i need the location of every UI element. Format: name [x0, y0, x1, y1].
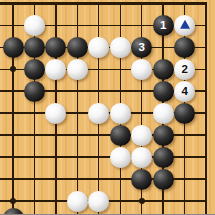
stone-black-R16[interactable]	[153, 59, 174, 80]
stone-white-O14[interactable]	[88, 103, 109, 124]
stone-black-Q17[interactable]: 3	[131, 37, 152, 58]
stone-black-Q11[interactable]	[131, 169, 152, 190]
grid-line-vertical-T	[205, 2, 208, 214]
stone-white-M14[interactable]	[45, 103, 66, 124]
star-point-K16	[10, 66, 16, 72]
stone-white-P17[interactable]	[110, 37, 131, 58]
stone-white-O10[interactable]	[88, 191, 109, 212]
grid-line-vertical-K	[12, 2, 13, 214]
stone-white-L18[interactable]	[24, 15, 45, 36]
triangle-mark-icon	[180, 20, 190, 29]
move-number-label: 2	[181, 63, 187, 75]
stone-white-S16[interactable]: 2	[174, 59, 195, 80]
stone-black-R13[interactable]	[153, 125, 174, 146]
stone-black-S17[interactable]	[174, 37, 195, 58]
grid-line-horizontal-11	[0, 178, 207, 179]
star-point-K10	[10, 198, 16, 204]
grid-line-horizontal-19	[0, 2, 207, 5]
grid-line-vertical-N	[77, 2, 78, 214]
stone-white-O17[interactable]	[88, 37, 109, 58]
stone-black-M17[interactable]	[45, 37, 66, 58]
stone-black-L16[interactable]	[24, 59, 45, 80]
go-board[interactable]: 1324	[0, 0, 215, 214]
stone-white-P14[interactable]	[110, 103, 131, 124]
stone-white-P12[interactable]	[110, 147, 131, 168]
move-number-label: 3	[138, 41, 144, 53]
grid-line-horizontal-13	[0, 134, 207, 135]
move-number-label: 4	[181, 85, 187, 97]
stone-white-S15[interactable]: 4	[174, 81, 195, 102]
stone-black-N17[interactable]	[67, 37, 88, 58]
star-point-Q10	[139, 198, 145, 204]
stone-white-N16[interactable]	[67, 59, 88, 80]
stone-black-L17[interactable]	[24, 37, 45, 58]
stone-black-R12[interactable]	[153, 147, 174, 168]
stone-black-K9[interactable]	[3, 208, 24, 215]
stone-white-R14[interactable]	[153, 103, 174, 124]
stone-black-P13[interactable]	[110, 125, 131, 146]
stone-black-R18[interactable]: 1	[153, 15, 174, 36]
stone-white-M16[interactable]	[45, 59, 66, 80]
stone-black-R11[interactable]	[153, 169, 174, 190]
move-number-label: 1	[160, 19, 166, 31]
stone-white-N10[interactable]	[67, 191, 88, 212]
stone-black-K17[interactable]	[3, 37, 24, 58]
stone-white-S18[interactable]	[174, 15, 195, 36]
stone-white-Q13[interactable]	[131, 125, 152, 146]
grid-line-horizontal-12	[0, 156, 207, 157]
stone-white-Q16[interactable]	[131, 59, 152, 80]
stone-white-Q12[interactable]	[131, 147, 152, 168]
stone-black-L15[interactable]	[24, 81, 45, 102]
stone-black-S14[interactable]	[174, 103, 195, 124]
stone-black-R15[interactable]	[153, 81, 174, 102]
